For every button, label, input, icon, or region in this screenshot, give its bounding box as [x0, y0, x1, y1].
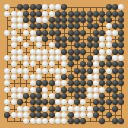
- stone-white[interactable]: [4, 11, 10, 17]
- stone-black[interactable]: [118, 80, 124, 86]
- stone-black[interactable]: [99, 106, 105, 112]
- stone-black[interactable]: [80, 118, 86, 124]
- stone-white[interactable]: [11, 74, 17, 80]
- stone-black[interactable]: [99, 17, 105, 23]
- stone-white[interactable]: [42, 4, 48, 10]
- stone-black[interactable]: [118, 118, 124, 124]
- stone-black[interactable]: [61, 23, 67, 29]
- stone-white[interactable]: [23, 42, 29, 48]
- stone-black[interactable]: [61, 4, 67, 10]
- stone-black[interactable]: [74, 23, 80, 29]
- stone-white[interactable]: [4, 87, 10, 93]
- stone-white[interactable]: [118, 4, 124, 10]
- stone-white[interactable]: [23, 61, 29, 67]
- stone-black[interactable]: [118, 42, 124, 48]
- stone-white[interactable]: [42, 118, 48, 124]
- stone-white[interactable]: [11, 42, 17, 48]
- stone-black[interactable]: [23, 93, 29, 99]
- stone-black[interactable]: [99, 99, 105, 105]
- star-point: [25, 101, 27, 103]
- stone-black[interactable]: [42, 36, 48, 42]
- stone-black[interactable]: [80, 17, 86, 23]
- stone-black[interactable]: [42, 80, 48, 86]
- stone-white[interactable]: [30, 61, 36, 67]
- stone-black[interactable]: [93, 23, 99, 29]
- stone-black[interactable]: [80, 42, 86, 48]
- stone-black[interactable]: [99, 61, 105, 67]
- stone-black[interactable]: [42, 99, 48, 105]
- stone-black[interactable]: [118, 23, 124, 29]
- stone-white[interactable]: [4, 30, 10, 36]
- stone-black[interactable]: [112, 106, 118, 112]
- stone-white[interactable]: [17, 36, 23, 42]
- stone-white[interactable]: [4, 55, 10, 61]
- stone-black[interactable]: [93, 112, 99, 118]
- stone-black[interactable]: [118, 99, 124, 105]
- stone-white[interactable]: [4, 99, 10, 105]
- stone-black[interactable]: [17, 99, 23, 105]
- stone-white[interactable]: [36, 42, 42, 48]
- stone-white[interactable]: [4, 80, 10, 86]
- stone-white[interactable]: [61, 61, 67, 67]
- stone-black[interactable]: [61, 42, 67, 48]
- stone-black[interactable]: [80, 49, 86, 55]
- stone-white[interactable]: [61, 118, 67, 124]
- stone-white[interactable]: [99, 42, 105, 48]
- stone-white[interactable]: [49, 61, 55, 67]
- stone-black[interactable]: [99, 80, 105, 86]
- stone-white[interactable]: [23, 23, 29, 29]
- go-board[interactable]: [0, 0, 128, 128]
- stone-black[interactable]: [4, 112, 10, 118]
- stone-black[interactable]: [80, 30, 86, 36]
- stone-white[interactable]: [80, 99, 86, 105]
- stone-white[interactable]: [4, 4, 10, 10]
- stone-black[interactable]: [68, 61, 74, 67]
- stone-black[interactable]: [23, 4, 29, 10]
- stone-black[interactable]: [80, 80, 86, 86]
- stone-white[interactable]: [61, 99, 67, 105]
- stone-black[interactable]: [99, 118, 105, 124]
- stone-black[interactable]: [42, 23, 48, 29]
- stone-white[interactable]: [61, 80, 67, 86]
- stone-white[interactable]: [42, 68, 48, 74]
- stone-black[interactable]: [74, 55, 80, 61]
- stone-white[interactable]: [23, 30, 29, 36]
- stone-white[interactable]: [11, 61, 17, 67]
- stone-white[interactable]: [23, 118, 29, 124]
- star-point: [101, 25, 103, 27]
- stone-white[interactable]: [42, 61, 48, 67]
- stone-black[interactable]: [106, 112, 112, 118]
- stone-black[interactable]: [80, 61, 86, 67]
- stone-black[interactable]: [118, 61, 124, 67]
- stone-white[interactable]: [23, 74, 29, 80]
